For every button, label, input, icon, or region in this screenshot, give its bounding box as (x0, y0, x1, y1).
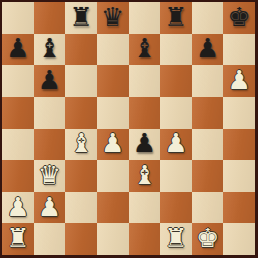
square-c5[interactable] (65, 97, 97, 129)
square-g3[interactable] (192, 160, 224, 192)
square-f6[interactable] (160, 65, 192, 97)
piece-black-rook[interactable]: ♜ (69, 4, 92, 30)
square-b7[interactable]: ♝ (34, 34, 66, 66)
square-h1[interactable] (223, 223, 255, 255)
square-c1[interactable] (65, 223, 97, 255)
square-h4[interactable] (223, 129, 255, 161)
square-f3[interactable] (160, 160, 192, 192)
square-e4[interactable]: ♟ (129, 129, 161, 161)
piece-white-pawn[interactable]: ♟ (101, 130, 124, 156)
piece-white-pawn[interactable]: ♟ (164, 130, 187, 156)
square-a4[interactable] (2, 129, 34, 161)
square-e7[interactable]: ♝ (129, 34, 161, 66)
square-a2[interactable]: ♟ (2, 192, 34, 224)
piece-white-bishop[interactable]: ♝ (133, 162, 156, 188)
square-g7[interactable]: ♟ (192, 34, 224, 66)
square-b1[interactable] (34, 223, 66, 255)
square-b5[interactable] (34, 97, 66, 129)
square-f5[interactable] (160, 97, 192, 129)
square-b8[interactable] (34, 2, 66, 34)
square-h8[interactable]: ♚ (223, 2, 255, 34)
piece-white-king[interactable]: ♚ (196, 225, 219, 251)
square-f8[interactable]: ♜ (160, 2, 192, 34)
square-f1[interactable]: ♜ (160, 223, 192, 255)
square-g6[interactable] (192, 65, 224, 97)
square-d5[interactable] (97, 97, 129, 129)
piece-white-rook[interactable]: ♜ (6, 225, 29, 251)
square-g2[interactable] (192, 192, 224, 224)
square-d4[interactable]: ♟ (97, 129, 129, 161)
square-f2[interactable] (160, 192, 192, 224)
square-a1[interactable]: ♜ (2, 223, 34, 255)
square-a7[interactable]: ♟ (2, 34, 34, 66)
square-d1[interactable] (97, 223, 129, 255)
square-h3[interactable] (223, 160, 255, 192)
square-b6[interactable]: ♟ (34, 65, 66, 97)
square-h5[interactable] (223, 97, 255, 129)
square-c7[interactable] (65, 34, 97, 66)
square-e5[interactable] (129, 97, 161, 129)
piece-white-pawn[interactable]: ♟ (228, 67, 251, 93)
piece-black-pawn[interactable]: ♟ (133, 130, 156, 156)
chess-board-frame: ♜♛♜♚♟♝♝♟♟♟♝♟♟♟♛♝♟♟♜♜♚ (0, 0, 258, 258)
square-e1[interactable] (129, 223, 161, 255)
square-c6[interactable] (65, 65, 97, 97)
square-a5[interactable] (2, 97, 34, 129)
square-c2[interactable] (65, 192, 97, 224)
square-c3[interactable] (65, 160, 97, 192)
piece-white-pawn[interactable]: ♟ (38, 194, 61, 220)
chess-board: ♜♛♜♚♟♝♝♟♟♟♝♟♟♟♛♝♟♟♜♜♚ (2, 2, 255, 255)
piece-black-queen[interactable]: ♛ (101, 4, 124, 30)
square-h6[interactable]: ♟ (223, 65, 255, 97)
piece-black-king[interactable]: ♚ (228, 4, 251, 30)
piece-white-queen[interactable]: ♛ (38, 162, 61, 188)
square-h2[interactable] (223, 192, 255, 224)
square-a8[interactable] (2, 2, 34, 34)
piece-black-pawn[interactable]: ♟ (196, 35, 219, 61)
square-c4[interactable]: ♝ (65, 129, 97, 161)
square-d3[interactable] (97, 160, 129, 192)
piece-black-bishop[interactable]: ♝ (133, 35, 156, 61)
square-d2[interactable] (97, 192, 129, 224)
square-a6[interactable] (2, 65, 34, 97)
square-d7[interactable] (97, 34, 129, 66)
square-c8[interactable]: ♜ (65, 2, 97, 34)
square-e8[interactable] (129, 2, 161, 34)
square-d6[interactable] (97, 65, 129, 97)
square-f7[interactable] (160, 34, 192, 66)
piece-black-rook[interactable]: ♜ (164, 4, 187, 30)
square-b4[interactable] (34, 129, 66, 161)
square-g1[interactable]: ♚ (192, 223, 224, 255)
square-e6[interactable] (129, 65, 161, 97)
square-b2[interactable]: ♟ (34, 192, 66, 224)
piece-white-rook[interactable]: ♜ (164, 225, 187, 251)
square-f4[interactable]: ♟ (160, 129, 192, 161)
square-h7[interactable] (223, 34, 255, 66)
piece-black-bishop[interactable]: ♝ (38, 35, 61, 61)
square-e2[interactable] (129, 192, 161, 224)
square-g8[interactable] (192, 2, 224, 34)
piece-white-bishop[interactable]: ♝ (69, 130, 92, 156)
piece-black-pawn[interactable]: ♟ (38, 67, 61, 93)
square-g4[interactable] (192, 129, 224, 161)
piece-white-pawn[interactable]: ♟ (6, 194, 29, 220)
square-a3[interactable] (2, 160, 34, 192)
square-d8[interactable]: ♛ (97, 2, 129, 34)
piece-black-pawn[interactable]: ♟ (6, 35, 29, 61)
square-b3[interactable]: ♛ (34, 160, 66, 192)
square-g5[interactable] (192, 97, 224, 129)
square-e3[interactable]: ♝ (129, 160, 161, 192)
